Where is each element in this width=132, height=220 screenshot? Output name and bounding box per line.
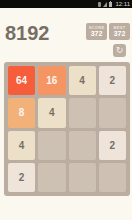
empty-cell: [69, 163, 96, 192]
tile-16: 16: [38, 66, 65, 95]
status-bar: 12:11: [0, 0, 132, 8]
usb-debug-icon: [98, 2, 101, 7]
empty-cell: [38, 163, 65, 192]
score-box: SCORE 372: [86, 23, 107, 40]
scores-row: SCORE 372 BEST 372: [86, 23, 130, 40]
empty-cell: [69, 131, 96, 160]
cellular-signal-icon: [103, 2, 107, 7]
tile-4: 4: [38, 98, 65, 127]
tile-2: 2: [99, 131, 126, 160]
tile-2: 2: [8, 163, 35, 192]
empty-cell: [99, 163, 126, 192]
empty-cell: [38, 131, 65, 160]
app-content: 8192 SCORE 372 BEST 372 ↻ 64164284422: [0, 23, 132, 196]
tile-8: 8: [8, 98, 35, 127]
tile-4: 4: [8, 131, 35, 160]
tile-4: 4: [69, 66, 96, 95]
empty-cell: [69, 98, 96, 127]
score-value: 372: [91, 30, 103, 38]
game-board[interactable]: 64164284422: [4, 62, 130, 196]
tile-2: 2: [99, 66, 126, 95]
clock-text: 12:11: [115, 0, 130, 8]
tile-64: 64: [8, 66, 35, 95]
app-title: 8192: [5, 23, 50, 43]
best-score-box: BEST 372: [109, 23, 130, 40]
best-score-value: 372: [114, 30, 126, 38]
header-right: SCORE 372 BEST 372 ↻: [86, 23, 130, 57]
empty-cell: [99, 98, 126, 127]
app-screen: 12:11 8192 SCORE 372 BEST 372 ↻: [0, 0, 132, 220]
restart-icon: ↻: [116, 44, 124, 57]
battery-icon: [109, 2, 112, 7]
header: 8192 SCORE 372 BEST 372 ↻: [3, 23, 130, 57]
restart-button[interactable]: ↻: [113, 44, 126, 57]
